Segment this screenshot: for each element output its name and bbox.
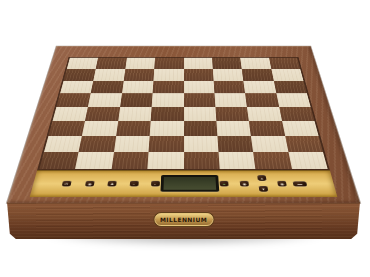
control-strip: ⏻◉♟▫▪●◉▴▾◉▬ [30,170,338,197]
square-h5[interactable] [276,93,311,106]
square-a5[interactable] [56,93,91,106]
green-dot-icon: ● [223,182,226,185]
button-icon: ◉ [280,182,285,185]
power-icon: ⏻ [65,182,69,185]
square-b3[interactable] [82,121,118,136]
square-e4[interactable] [184,107,217,121]
square-g2[interactable] [251,136,288,152]
bar-icon: ▬ [297,182,302,185]
button-icon: ▪ [155,182,157,185]
square-d5[interactable] [152,93,184,106]
square-f6[interactable] [213,81,245,94]
square-e3[interactable] [184,121,218,136]
down-arrow-icon: ▾ [262,187,265,190]
square-f8[interactable] [212,58,242,69]
lcd-screen [163,177,216,190]
square-g8[interactable] [240,58,271,69]
wooden-front-face: MILLENNIUM [7,202,360,239]
square-g4[interactable] [247,107,282,121]
pawn-icon: ♟ [110,182,115,185]
square-g7[interactable] [242,69,274,81]
square-d4[interactable] [151,107,184,121]
square-h3[interactable] [282,121,319,136]
square-h2[interactable] [285,136,323,152]
square-e2[interactable] [184,136,219,152]
control-button-r5[interactable]: ◉ [277,181,287,187]
square-b4[interactable] [85,107,120,121]
square-a2[interactable] [44,136,82,152]
square-g3[interactable] [249,121,285,136]
green-button[interactable]: ● [220,181,229,187]
square-d2[interactable] [149,136,184,152]
square-e6[interactable] [184,81,215,94]
square-h4[interactable] [279,107,315,121]
square-f1[interactable] [218,152,255,169]
square-d3[interactable] [150,121,184,136]
control-button-r2[interactable]: ◉ [240,181,249,187]
board-top-face: ⏻◉♟▫▪●◉▴▾◉▬ [7,46,360,203]
square-f2[interactable] [217,136,253,152]
button-icon: ◉ [88,182,93,185]
up-arrow-icon: ▴ [260,176,263,179]
chessboard [37,57,330,170]
control-button-l2[interactable]: ◉ [85,181,95,187]
square-f4[interactable] [215,107,249,121]
brand-badge: MILLENNIUM [154,213,213,226]
square-h7[interactable] [271,69,303,81]
square-b2[interactable] [79,136,116,152]
up-button[interactable]: ▴ [257,175,266,181]
square-f5[interactable] [214,93,247,106]
square-b6[interactable] [91,81,124,94]
square-g5[interactable] [245,93,279,106]
down-button[interactable]: ▾ [259,186,269,192]
square-b7[interactable] [94,69,126,81]
button-icon: ▫ [133,182,135,185]
square-a3[interactable] [48,121,85,136]
square-h8[interactable] [269,58,300,69]
square-a4[interactable] [53,107,89,121]
square-h6[interactable] [273,81,306,94]
wide-button[interactable]: ▬ [293,181,308,186]
button-icon: ◉ [242,182,246,185]
square-g6[interactable] [243,81,276,94]
square-c7[interactable] [124,69,155,81]
square-a7[interactable] [64,69,96,81]
square-b5[interactable] [88,93,122,106]
square-h1[interactable] [288,152,328,169]
control-button-l5[interactable]: ▪ [151,181,160,187]
millennium-chess-computer-photo: MILLENNIUM ⏻◉♟▫▪●◉▴▾◉▬ [0,0,370,277]
square-d8[interactable] [154,58,183,69]
square-a1[interactable] [39,152,79,169]
square-c2[interactable] [114,136,150,152]
square-c3[interactable] [116,121,151,136]
square-f7[interactable] [213,69,244,81]
square-c8[interactable] [125,58,155,69]
square-e7[interactable] [184,69,214,81]
lcd-display [160,175,219,192]
square-c5[interactable] [120,93,153,106]
square-c4[interactable] [118,107,152,121]
square-b1[interactable] [75,152,113,169]
square-b8[interactable] [96,58,127,69]
square-d1[interactable] [147,152,183,169]
square-a8[interactable] [67,58,98,69]
square-c6[interactable] [122,81,154,94]
square-f3[interactable] [216,121,251,136]
square-a6[interactable] [60,81,93,94]
square-e8[interactable] [184,58,213,69]
square-d7[interactable] [154,69,184,81]
square-g1[interactable] [253,152,291,169]
square-e5[interactable] [184,93,216,106]
pawn-button[interactable]: ♟ [107,181,116,187]
square-e1[interactable] [184,152,220,169]
square-d6[interactable] [153,81,184,94]
square-c1[interactable] [111,152,148,169]
control-button-l4[interactable]: ▫ [130,181,139,187]
power-button[interactable]: ⏻ [62,181,72,187]
